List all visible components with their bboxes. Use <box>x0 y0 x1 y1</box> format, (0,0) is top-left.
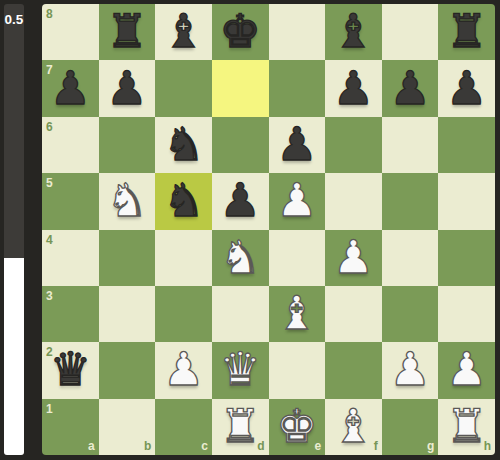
piece-white-rook-h1[interactable]: ♜ <box>446 403 487 449</box>
square-e6[interactable]: ♟︎ <box>269 117 326 173</box>
piece-black-pawn-f7[interactable]: ♟︎ <box>333 65 374 111</box>
square-e1[interactable]: e♚ <box>269 399 326 455</box>
square-b2[interactable] <box>99 342 156 398</box>
evaluation-bar-white-portion <box>4 258 24 455</box>
square-b6[interactable] <box>99 117 156 173</box>
piece-black-bishop-f8[interactable]: ♝ <box>333 8 374 54</box>
square-c2[interactable]: ♟︎ <box>155 342 212 398</box>
piece-black-queen-a2[interactable]: ♛ <box>50 346 91 392</box>
rank-label-1: 1 <box>46 403 53 415</box>
piece-white-pawn-f4[interactable]: ♟︎ <box>333 234 374 280</box>
square-c6[interactable]: ♞ <box>155 117 212 173</box>
piece-black-pawn-b7[interactable]: ♟︎ <box>106 65 147 111</box>
square-c8[interactable]: ♝ <box>155 4 212 60</box>
piece-black-rook-b8[interactable]: ♜ <box>106 8 147 54</box>
square-g5[interactable] <box>382 173 439 229</box>
square-b5[interactable]: ♞ <box>99 173 156 229</box>
square-h8[interactable]: ♜ <box>438 4 495 60</box>
square-d1[interactable]: d♜ <box>212 399 269 455</box>
piece-black-pawn-e6[interactable]: ♟︎ <box>276 121 317 167</box>
square-c5[interactable]: ♞ <box>155 173 212 229</box>
square-e4[interactable] <box>269 230 326 286</box>
piece-white-bishop-f1[interactable]: ♝ <box>333 403 374 449</box>
square-h4[interactable] <box>438 230 495 286</box>
square-a2[interactable]: 2♛ <box>42 342 99 398</box>
square-h5[interactable] <box>438 173 495 229</box>
square-a5[interactable]: 5 <box>42 173 99 229</box>
piece-black-pawn-a7[interactable]: ♟︎ <box>50 65 91 111</box>
square-e2[interactable] <box>269 342 326 398</box>
piece-white-pawn-g2[interactable]: ♟︎ <box>389 346 430 392</box>
square-f2[interactable] <box>325 342 382 398</box>
square-g6[interactable] <box>382 117 439 173</box>
piece-black-bishop-c8[interactable]: ♝ <box>163 8 204 54</box>
file-label-g: g <box>427 440 434 452</box>
square-b8[interactable]: ♜ <box>99 4 156 60</box>
piece-black-king-d8[interactable]: ♚ <box>220 8 261 54</box>
chess-board: 8♜♝♚♝♜7♟︎♟︎♟︎♟︎♟︎6♞♟︎5♞♞♟︎♟︎4♞♟︎3♝2♛♟︎♛♟… <box>42 4 495 455</box>
square-d4[interactable]: ♞ <box>212 230 269 286</box>
piece-black-rook-h8[interactable]: ♜ <box>446 8 487 54</box>
square-f3[interactable] <box>325 286 382 342</box>
square-h1[interactable]: h♜ <box>438 399 495 455</box>
piece-white-pawn-e5[interactable]: ♟︎ <box>276 177 317 223</box>
square-e5[interactable]: ♟︎ <box>269 173 326 229</box>
square-d6[interactable] <box>212 117 269 173</box>
file-label-b: b <box>144 440 151 452</box>
square-g3[interactable] <box>382 286 439 342</box>
square-c7[interactable] <box>155 60 212 116</box>
piece-white-knight-d4[interactable]: ♞ <box>220 234 261 280</box>
file-label-c: c <box>201 440 208 452</box>
square-b7[interactable]: ♟︎ <box>99 60 156 116</box>
square-f8[interactable]: ♝ <box>325 4 382 60</box>
piece-white-king-e1[interactable]: ♚ <box>276 403 317 449</box>
square-b4[interactable] <box>99 230 156 286</box>
square-a7[interactable]: 7♟︎ <box>42 60 99 116</box>
piece-black-knight-c6[interactable]: ♞ <box>163 121 204 167</box>
square-e7[interactable] <box>269 60 326 116</box>
square-d3[interactable] <box>212 286 269 342</box>
evaluation-score: 0.5 <box>0 12 28 27</box>
square-g8[interactable] <box>382 4 439 60</box>
square-f4[interactable]: ♟︎ <box>325 230 382 286</box>
square-a6[interactable]: 6 <box>42 117 99 173</box>
square-g2[interactable]: ♟︎ <box>382 342 439 398</box>
square-g1[interactable]: g <box>382 399 439 455</box>
square-f5[interactable] <box>325 173 382 229</box>
square-d8[interactable]: ♚ <box>212 4 269 60</box>
square-c3[interactable] <box>155 286 212 342</box>
square-f1[interactable]: f♝ <box>325 399 382 455</box>
square-a3[interactable]: 3 <box>42 286 99 342</box>
file-label-a: a <box>88 440 95 452</box>
square-f6[interactable] <box>325 117 382 173</box>
piece-black-pawn-d5[interactable]: ♟︎ <box>220 177 261 223</box>
piece-white-bishop-e3[interactable]: ♝ <box>276 290 317 336</box>
square-a1[interactable]: 1a <box>42 399 99 455</box>
square-h7[interactable]: ♟︎ <box>438 60 495 116</box>
square-a4[interactable]: 4 <box>42 230 99 286</box>
square-e8[interactable] <box>269 4 326 60</box>
rank-label-4: 4 <box>46 234 53 246</box>
piece-white-queen-d2[interactable]: ♛ <box>220 346 261 392</box>
square-g4[interactable] <box>382 230 439 286</box>
square-d5[interactable]: ♟︎ <box>212 173 269 229</box>
square-d7[interactable] <box>212 60 269 116</box>
square-h3[interactable] <box>438 286 495 342</box>
square-d2[interactable]: ♛ <box>212 342 269 398</box>
file-label-f: f <box>374 440 378 452</box>
piece-white-pawn-h2[interactable]: ♟︎ <box>446 346 487 392</box>
rank-label-8: 8 <box>46 8 53 20</box>
square-b3[interactable] <box>99 286 156 342</box>
piece-black-knight-c5[interactable]: ♞ <box>163 177 204 223</box>
square-e3[interactable]: ♝ <box>269 286 326 342</box>
square-a8[interactable]: 8 <box>42 4 99 60</box>
square-f7[interactable]: ♟︎ <box>325 60 382 116</box>
square-c4[interactable] <box>155 230 212 286</box>
piece-white-pawn-c2[interactable]: ♟︎ <box>163 346 204 392</box>
piece-white-rook-d1[interactable]: ♜ <box>220 403 261 449</box>
rank-label-5: 5 <box>46 177 53 189</box>
square-c1[interactable]: c <box>155 399 212 455</box>
square-b1[interactable]: b <box>99 399 156 455</box>
square-g7[interactable]: ♟︎ <box>382 60 439 116</box>
square-h2[interactable]: ♟︎ <box>438 342 495 398</box>
piece-black-pawn-g7[interactable]: ♟︎ <box>389 65 430 111</box>
piece-black-pawn-h7[interactable]: ♟︎ <box>446 65 487 111</box>
rank-label-3: 3 <box>46 290 53 302</box>
piece-white-knight-b5[interactable]: ♞ <box>106 177 147 223</box>
evaluation-bar <box>4 4 24 455</box>
rank-label-6: 6 <box>46 121 53 133</box>
square-h6[interactable] <box>438 117 495 173</box>
